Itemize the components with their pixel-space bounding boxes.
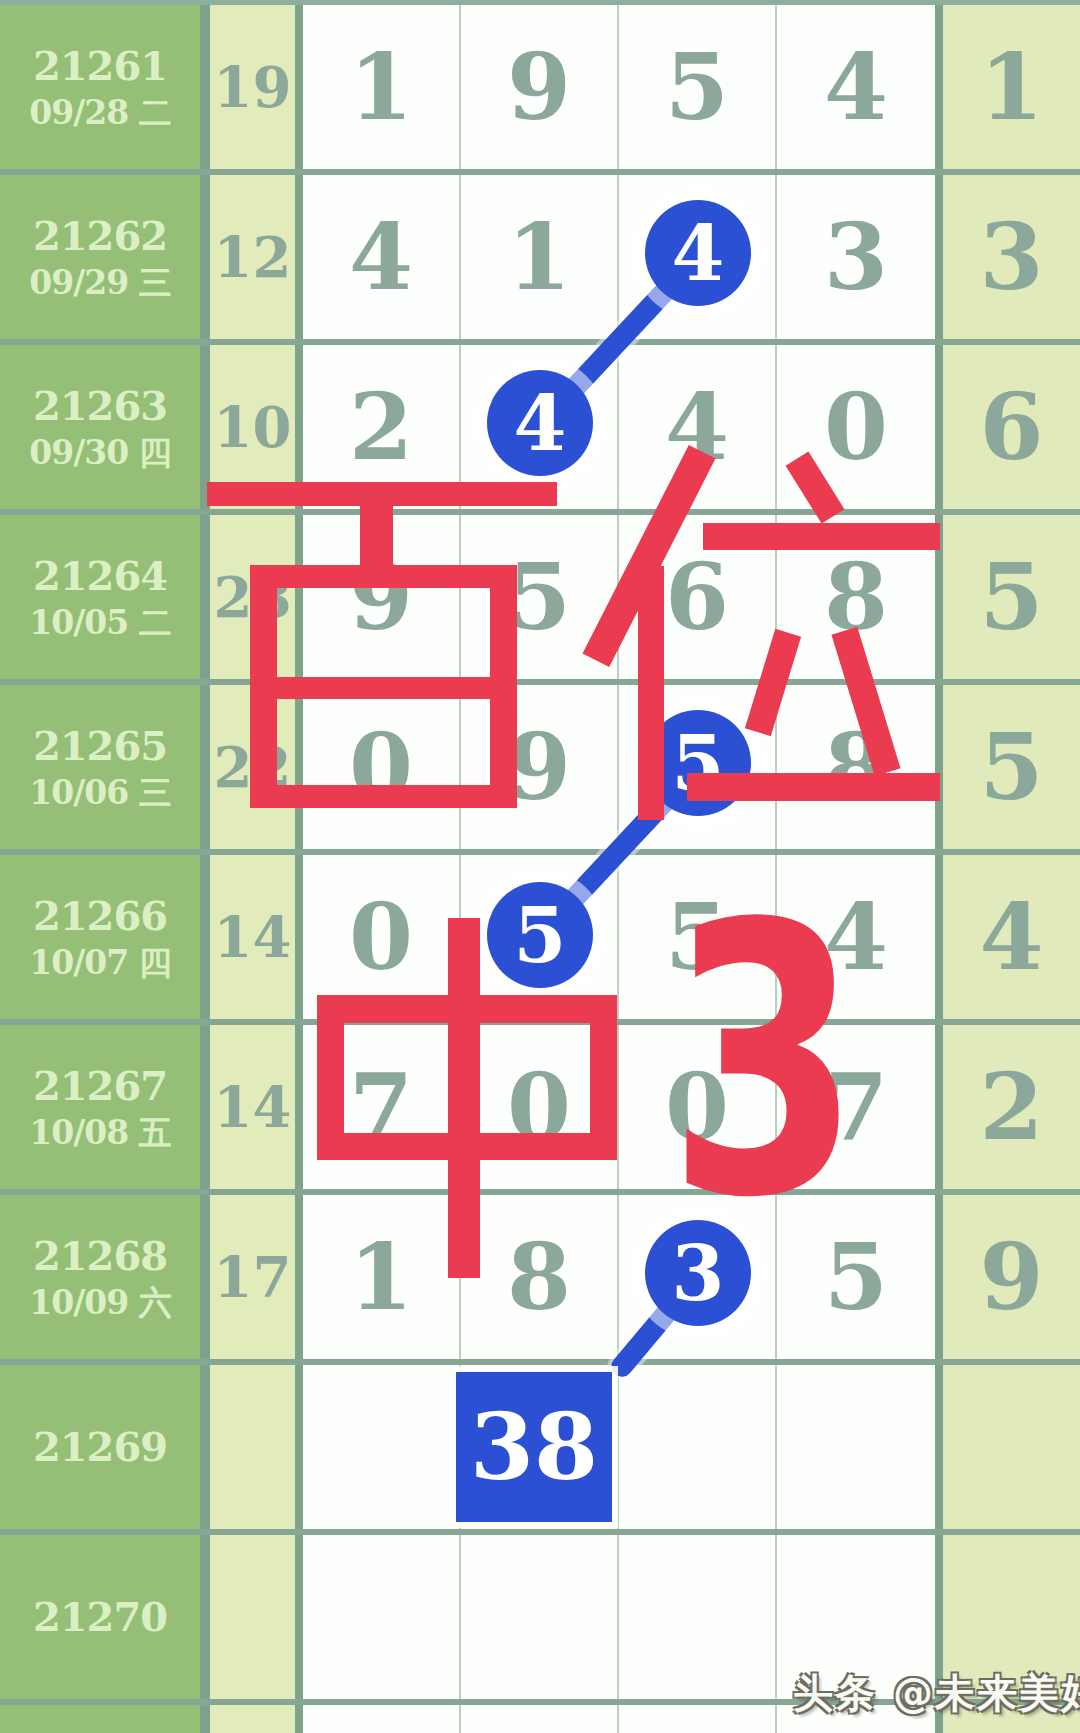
digit-cell: 4 [303,175,461,339]
column-border [935,1365,943,1529]
column-border [295,175,303,339]
date-label: 09/29 三 [29,266,170,299]
digit-cell: 9 [461,5,619,169]
date-label: 10/05 二 [29,606,170,639]
period-cell: 21270 [0,1535,200,1699]
column-border [295,855,303,1019]
column-border [935,5,943,169]
date-label: 09/30 四 [29,436,170,469]
tail-cell: 5 [943,685,1080,849]
sum-cell [210,1365,295,1529]
digit-cell: 3 [777,175,935,339]
column-border [200,1705,210,1733]
period-cell: 21268 10/09 六 [0,1195,200,1359]
tail-cell: 1 [943,5,1080,169]
highlight-circle: 4 [645,200,751,306]
red-stroke [250,677,517,699]
tail-cell: 3 [943,175,1080,339]
tail-cell [943,1365,1080,1529]
digit-cell: 9 [461,685,619,849]
digit-cell: 1 [303,1195,461,1359]
column-border [295,1535,303,1699]
tail-cell: 4 [943,855,1080,1019]
column-border [200,685,210,849]
sum-cell: 14 [210,1025,295,1189]
period-label: 21269 [33,1427,167,1467]
column-border [200,5,210,169]
digit-cell [619,1365,777,1529]
period-label: 21270 [33,1597,167,1637]
sum-cell [210,1705,295,1733]
period-label: 21262 [33,216,167,256]
lottery-trend-chart: 21261 09/28 二 19 1 9 5 4 1 21262 09/29 三… [0,0,1080,1733]
table-row: 21267 10/08 五 14 7 0 0 7 2 [0,1025,1080,1189]
date-label: 10/06 三 [29,776,170,809]
period-label: 21266 [33,896,167,936]
column-border [935,685,943,849]
period-label: 21267 [33,1066,167,1106]
digit-cell [461,1705,619,1733]
column-border [200,515,210,679]
digit-cell [303,1535,461,1699]
date-label: 09/28 二 [29,96,170,129]
period-cell: 21267 10/08 五 [0,1025,200,1189]
column-border [935,345,943,509]
digit-cell [619,1535,777,1699]
digit-cell [777,1365,935,1529]
date-label: 10/09 六 [29,1286,170,1319]
red-stroke [360,504,393,568]
column-border [200,1195,210,1359]
column-border [935,1025,943,1189]
watermark: 头条 @未来美好丹姐 [793,1666,1080,1721]
period-label: 21268 [33,1236,167,1276]
red-stroke [207,482,557,506]
sum-cell: 12 [210,175,295,339]
red-stroke [703,523,940,550]
digit-cell: 4 [777,5,935,169]
date-label: 10/08 五 [29,1116,170,1149]
digit-cell: 8 [461,1195,619,1359]
digit-cell: 1 [303,5,461,169]
red-stroke [448,918,480,1278]
column-border [295,1195,303,1359]
table-row: 21265 10/06 三 22 0 9 5 8 5 [0,685,1080,849]
red-stroke [317,995,617,1023]
period-cell: 21266 10/07 四 [0,855,200,1019]
period-cell: 21269 [0,1365,200,1529]
table-row: 21262 09/29 三 12 4 1 4 3 3 [0,175,1080,339]
tail-cell: 9 [943,1195,1080,1359]
red-stroke [687,773,940,801]
overlay-digit-3: 3 [668,876,861,1249]
period-label: 21264 [33,556,167,596]
red-stroke [250,785,517,808]
column-border [200,1025,210,1189]
column-border [935,1195,943,1359]
digit-cell: 5 [619,5,777,169]
period-cell [0,1705,200,1733]
sum-cell: 19 [210,5,295,169]
prediction-square: 38 [456,1372,612,1522]
tail-cell: 6 [943,345,1080,509]
period-cell: 21264 10/05 二 [0,515,200,679]
period-cell: 21262 09/29 三 [0,175,200,339]
digit-cell [303,1365,461,1529]
column-border [935,175,943,339]
digit-cell [461,1535,619,1699]
sum-cell: 14 [210,855,295,1019]
date-label: 10/07 四 [29,946,170,979]
column-border [295,1705,303,1733]
period-label: 21263 [33,386,167,426]
period-cell: 21263 09/30 四 [0,345,200,509]
table-row: 21268 10/09 六 17 1 8 3 5 9 [0,1195,1080,1359]
period-cell: 21265 10/06 三 [0,685,200,849]
digit-cell: 1 [461,175,619,339]
period-cell: 21261 09/28 二 [0,5,200,169]
column-border [200,1535,210,1699]
highlight-circle: 5 [487,882,593,988]
tail-cell: 2 [943,1025,1080,1189]
digit-cell: 0 [303,685,461,849]
column-border [200,175,210,339]
column-border [295,1025,303,1189]
red-stroke [250,565,517,588]
highlight-circle: 4 [487,370,593,476]
table-row: 21261 09/28 二 19 1 9 5 4 1 [0,5,1080,169]
column-border [295,1365,303,1529]
column-border [200,855,210,1019]
sum-cell [210,1535,295,1699]
period-label: 21265 [33,726,167,766]
column-border [935,855,943,1019]
column-border [295,515,303,679]
digit-cell [619,1705,777,1733]
red-stroke [638,566,664,820]
tail-cell: 5 [943,515,1080,679]
sum-cell: 17 [210,1195,295,1359]
period-label: 21261 [33,46,167,86]
column-border [295,685,303,849]
column-border [295,5,303,169]
red-stroke [317,1133,617,1160]
column-border [200,1365,210,1529]
digit-cell [303,1705,461,1733]
